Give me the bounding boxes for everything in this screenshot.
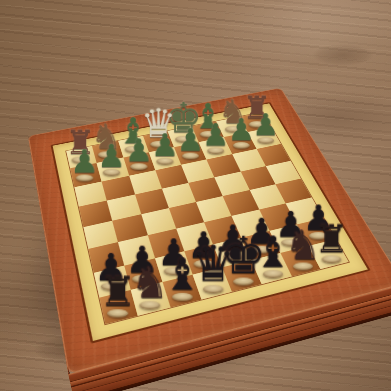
chess-piece-glyph: ♟ xyxy=(227,114,254,145)
chess-piece-glyph: ♝ xyxy=(117,113,149,148)
piece-base xyxy=(233,142,250,148)
square-c3 xyxy=(129,170,162,194)
square-d3 xyxy=(155,165,188,189)
chess-piece-glyph: ♟ xyxy=(151,130,179,161)
square-a8: ♜ xyxy=(99,290,138,324)
square-c4 xyxy=(135,189,169,215)
chess-piece-glyph: ♟ xyxy=(177,124,205,155)
piece-base xyxy=(200,131,216,137)
piece-base xyxy=(72,157,89,164)
piece-base xyxy=(76,175,94,182)
box-top-face: ♜♞♝♛♚♝♞♜♟♟♟♟♟♟♟♟♟♟♟♟♟♟♟♟♜♞♝♛♚♝♞♜ xyxy=(28,88,391,374)
square-g4 xyxy=(240,166,275,190)
square-e1: ♚ xyxy=(168,126,199,147)
square-h4 xyxy=(266,161,301,185)
square-b1: ♞ xyxy=(92,141,123,163)
chess-piece-glyph: ♚ xyxy=(165,97,202,138)
piece-base xyxy=(257,137,274,143)
chess-piece-glyph: ♟ xyxy=(70,145,99,177)
square-d2: ♟ xyxy=(149,147,181,170)
chess-piece-glyph: ♜ xyxy=(243,93,271,124)
drawer-handle-notch-right xyxy=(325,165,339,193)
square-f4 xyxy=(214,172,249,196)
chess-piece-glyph: ♜ xyxy=(99,271,136,312)
square-b2: ♟ xyxy=(97,158,129,181)
square-h1: ♜ xyxy=(239,112,271,132)
photo-scene: ♜♞♝♛♚♝♞♜♟♟♟♟♟♟♟♟♟♟♟♟♟♟♟♟♜♞♝♛♚♝♞♜ xyxy=(0,0,391,391)
piece-base xyxy=(208,147,225,154)
square-d1: ♛ xyxy=(143,131,174,152)
piece-base xyxy=(225,126,241,132)
square-f1: ♝ xyxy=(192,121,224,142)
square-g3 xyxy=(232,149,266,172)
piece-base xyxy=(175,136,192,142)
piece-base xyxy=(124,146,141,153)
square-f3 xyxy=(207,154,241,177)
chess-piece-glyph: ♟ xyxy=(124,135,152,167)
chess-piece-glyph: ♞ xyxy=(91,119,122,154)
piece-base xyxy=(156,158,173,165)
square-d4 xyxy=(162,183,196,208)
square-a2: ♟ xyxy=(70,163,102,187)
piece-base xyxy=(103,169,120,176)
piece-base xyxy=(182,153,199,160)
square-a3 xyxy=(74,181,107,206)
chess-piece-glyph: ♞ xyxy=(131,261,170,304)
square-f2: ♟ xyxy=(199,137,232,159)
square-a4 xyxy=(79,200,113,227)
square-h2: ♟ xyxy=(248,128,281,149)
square-b4 xyxy=(107,194,141,220)
square-e4 xyxy=(188,177,223,202)
square-g2: ♟ xyxy=(224,132,257,154)
chess-board: ♜♞♝♛♚♝♞♜♟♟♟♟♟♟♟♟♟♟♟♟♟♟♟♟♜♞♝♛♚♝♞♜ xyxy=(65,112,350,326)
piece-base xyxy=(150,141,167,147)
piece-base xyxy=(130,164,147,171)
square-e2: ♟ xyxy=(174,142,206,164)
square-b8: ♞ xyxy=(131,282,170,316)
square-g1: ♞ xyxy=(216,117,248,137)
square-b3 xyxy=(102,176,135,201)
chess-box: ♜♞♝♛♚♝♞♜♟♟♟♟♟♟♟♟♟♟♟♟♟♟♟♟♜♞♝♛♚♝♞♜ xyxy=(28,88,391,374)
chess-piece-glyph: ♜ xyxy=(65,126,95,159)
chess-piece-glyph: ♟ xyxy=(98,140,127,172)
chess-piece-glyph: ♝ xyxy=(193,99,224,134)
perspective-wrapper: ♜♞♝♛♚♝♞♜♟♟♟♟♟♟♟♟♟♟♟♟♟♟♟♟♜♞♝♛♚♝♞♜ xyxy=(0,0,391,391)
square-a1: ♜ xyxy=(66,146,97,169)
square-c1: ♝ xyxy=(118,136,149,158)
square-h3 xyxy=(256,144,290,166)
chess-piece-glyph: ♟ xyxy=(202,119,230,150)
square-c2: ♟ xyxy=(123,153,155,176)
square-e3 xyxy=(181,159,214,183)
chess-piece-glyph: ♞ xyxy=(218,95,248,128)
piece-base xyxy=(98,151,115,158)
chess-piece-glyph: ♛ xyxy=(141,104,177,144)
piece-base xyxy=(249,121,265,127)
chess-piece-glyph: ♟ xyxy=(252,110,279,140)
